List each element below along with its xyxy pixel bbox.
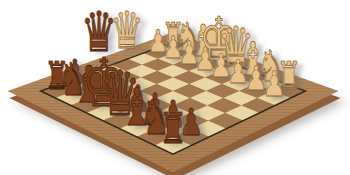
- piece-boxwood-pawn: ♟: [262, 67, 285, 102]
- chess-set-photo: ♜♞♝♚♛♝♞♜♟♟♟♟♟♟♟♟♟♟♟♟♟♟♟♟♜♞♝♚♛♝♞♜♛♛: [0, 0, 350, 175]
- piece-rosewood-rook: ♜: [159, 108, 187, 150]
- pieces-layer: ♜♞♝♚♛♝♞♜♟♟♟♟♟♟♟♟♟♟♟♟♟♟♟♟♜♞♝♚♛♝♞♜♛♛: [0, 0, 350, 175]
